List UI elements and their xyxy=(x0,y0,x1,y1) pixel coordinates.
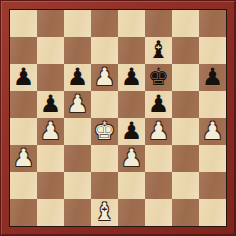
square-c3[interactable] xyxy=(64,145,91,172)
square-e3[interactable]: ♟ xyxy=(118,145,145,172)
square-h8[interactable] xyxy=(199,10,226,37)
piece-white-pawn[interactable]: ♟ xyxy=(202,118,224,145)
square-g4[interactable] xyxy=(172,118,199,145)
board-frame: ♝♟♟♟♟♚♟♟♟♟♟♚♟♟♟♟♟♝ xyxy=(0,0,236,236)
square-a8[interactable] xyxy=(10,10,37,37)
square-a7[interactable] xyxy=(10,37,37,64)
square-c8[interactable] xyxy=(64,10,91,37)
square-h5[interactable] xyxy=(199,91,226,118)
square-b5[interactable]: ♟ xyxy=(37,91,64,118)
square-d1[interactable]: ♝ xyxy=(91,199,118,226)
square-a6[interactable]: ♟ xyxy=(10,64,37,91)
piece-white-pawn[interactable]: ♟ xyxy=(148,118,170,145)
piece-black-pawn[interactable]: ♟ xyxy=(121,118,143,145)
square-c7[interactable] xyxy=(64,37,91,64)
square-d7[interactable] xyxy=(91,37,118,64)
square-e4[interactable]: ♟ xyxy=(118,118,145,145)
square-d3[interactable] xyxy=(91,145,118,172)
square-f7[interactable]: ♝ xyxy=(145,37,172,64)
square-a4[interactable] xyxy=(10,118,37,145)
square-g8[interactable] xyxy=(172,10,199,37)
square-b4[interactable]: ♟ xyxy=(37,118,64,145)
square-g6[interactable] xyxy=(172,64,199,91)
chess-board: ♝♟♟♟♟♚♟♟♟♟♟♚♟♟♟♟♟♝ xyxy=(9,9,227,227)
piece-black-bishop[interactable]: ♝ xyxy=(148,37,170,64)
square-b6[interactable] xyxy=(37,64,64,91)
square-h4[interactable]: ♟ xyxy=(199,118,226,145)
square-e5[interactable] xyxy=(118,91,145,118)
square-b1[interactable] xyxy=(37,199,64,226)
piece-black-pawn[interactable]: ♟ xyxy=(67,64,89,91)
square-d5[interactable] xyxy=(91,91,118,118)
piece-white-pawn[interactable]: ♟ xyxy=(13,145,35,172)
square-f3[interactable] xyxy=(145,145,172,172)
square-f6[interactable]: ♚ xyxy=(145,64,172,91)
piece-black-pawn[interactable]: ♟ xyxy=(121,64,143,91)
square-f1[interactable] xyxy=(145,199,172,226)
piece-black-pawn[interactable]: ♟ xyxy=(40,91,62,118)
square-a2[interactable] xyxy=(10,172,37,199)
square-e8[interactable] xyxy=(118,10,145,37)
piece-black-king[interactable]: ♚ xyxy=(148,64,170,91)
square-f8[interactable] xyxy=(145,10,172,37)
square-f2[interactable] xyxy=(145,172,172,199)
piece-black-pawn[interactable]: ♟ xyxy=(13,64,35,91)
square-a3[interactable]: ♟ xyxy=(10,145,37,172)
square-d8[interactable] xyxy=(91,10,118,37)
square-b2[interactable] xyxy=(37,172,64,199)
square-g3[interactable] xyxy=(172,145,199,172)
square-h2[interactable] xyxy=(199,172,226,199)
square-h1[interactable] xyxy=(199,199,226,226)
square-c5[interactable]: ♟ xyxy=(64,91,91,118)
square-d2[interactable] xyxy=(91,172,118,199)
square-g5[interactable] xyxy=(172,91,199,118)
piece-white-pawn[interactable]: ♟ xyxy=(94,64,116,91)
square-a1[interactable] xyxy=(10,199,37,226)
square-h6[interactable]: ♟ xyxy=(199,64,226,91)
square-g7[interactable] xyxy=(172,37,199,64)
piece-black-pawn[interactable]: ♟ xyxy=(202,64,224,91)
square-a5[interactable] xyxy=(10,91,37,118)
square-c4[interactable] xyxy=(64,118,91,145)
square-g1[interactable] xyxy=(172,199,199,226)
piece-white-pawn[interactable]: ♟ xyxy=(67,91,89,118)
square-c6[interactable]: ♟ xyxy=(64,64,91,91)
square-b3[interactable] xyxy=(37,145,64,172)
square-e2[interactable] xyxy=(118,172,145,199)
square-c2[interactable] xyxy=(64,172,91,199)
square-e6[interactable]: ♟ xyxy=(118,64,145,91)
square-b8[interactable] xyxy=(37,10,64,37)
square-b7[interactable] xyxy=(37,37,64,64)
piece-white-bishop[interactable]: ♝ xyxy=(94,199,116,226)
square-f5[interactable]: ♟ xyxy=(145,91,172,118)
square-d4[interactable]: ♚ xyxy=(91,118,118,145)
square-h7[interactable] xyxy=(199,37,226,64)
piece-black-pawn[interactable]: ♟ xyxy=(148,91,170,118)
square-d6[interactable]: ♟ xyxy=(91,64,118,91)
square-e1[interactable] xyxy=(118,199,145,226)
piece-white-king[interactable]: ♚ xyxy=(94,118,116,145)
square-g2[interactable] xyxy=(172,172,199,199)
square-f4[interactable]: ♟ xyxy=(145,118,172,145)
square-c1[interactable] xyxy=(64,199,91,226)
piece-white-pawn[interactable]: ♟ xyxy=(40,118,62,145)
square-h3[interactable] xyxy=(199,145,226,172)
square-e7[interactable] xyxy=(118,37,145,64)
piece-white-pawn[interactable]: ♟ xyxy=(121,145,143,172)
